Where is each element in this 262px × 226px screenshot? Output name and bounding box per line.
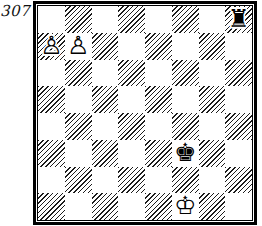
white-king: ♔ [174,193,196,218]
square-a8 [38,6,65,33]
square-e8 [145,6,172,33]
square-a5 [38,86,65,113]
square-h3 [225,140,252,167]
square-c2 [92,167,119,194]
square-f5 [172,86,199,113]
square-d6 [118,60,145,87]
square-b7: ♙ [65,33,92,60]
square-b5 [65,86,92,113]
square-c8 [92,6,119,33]
square-c6 [92,60,119,87]
square-e6 [145,60,172,87]
square-g4 [199,113,226,140]
chess-board-grid: ♜♙♙♚♔ [38,6,252,220]
square-h5 [225,86,252,113]
white-pawn: ♙ [67,33,89,58]
white-pawn: ♙ [40,33,62,58]
square-c1 [92,193,119,220]
square-d7 [118,33,145,60]
square-a2 [38,167,65,194]
square-h8: ♜ [225,6,252,33]
square-f3: ♚ [172,140,199,167]
square-h7 [225,33,252,60]
square-a3 [38,140,65,167]
square-c5 [92,86,119,113]
chess-diagram-page: 307 ♜♙♙♚♔ [0,0,262,226]
square-e4 [145,113,172,140]
square-b3 [65,140,92,167]
square-g3 [199,140,226,167]
square-g2 [199,167,226,194]
square-c4 [92,113,119,140]
square-e5 [145,86,172,113]
black-king: ♚ [174,140,196,165]
square-d5 [118,86,145,113]
square-d3 [118,140,145,167]
square-f2 [172,167,199,194]
square-e2 [145,167,172,194]
square-h1 [225,193,252,220]
square-g5 [199,86,226,113]
square-d8 [118,6,145,33]
square-a7: ♙ [38,33,65,60]
square-f4 [172,113,199,140]
diagram-number-label: 307 [0,2,30,20]
square-h6 [225,60,252,87]
square-b2 [65,167,92,194]
square-e7 [145,33,172,60]
square-c7 [92,33,119,60]
chess-board: ♜♙♙♚♔ [33,1,257,225]
square-d2 [118,167,145,194]
chess-board-frame: ♜♙♙♚♔ [37,5,253,221]
square-f6 [172,60,199,87]
square-c3 [92,140,119,167]
square-b1 [65,193,92,220]
square-e1 [145,193,172,220]
square-b4 [65,113,92,140]
square-b6 [65,60,92,87]
square-f7 [172,33,199,60]
square-a1 [38,193,65,220]
square-f1: ♔ [172,193,199,220]
square-h4 [225,113,252,140]
square-g6 [199,60,226,87]
square-d1 [118,193,145,220]
square-f8 [172,6,199,33]
square-b8 [65,6,92,33]
square-h2 [225,167,252,194]
square-g8 [199,6,226,33]
square-a4 [38,113,65,140]
square-g7 [199,33,226,60]
square-g1 [199,193,226,220]
square-a6 [38,60,65,87]
square-e3 [145,140,172,167]
square-d4 [118,113,145,140]
black-rook: ♜ [227,6,249,31]
